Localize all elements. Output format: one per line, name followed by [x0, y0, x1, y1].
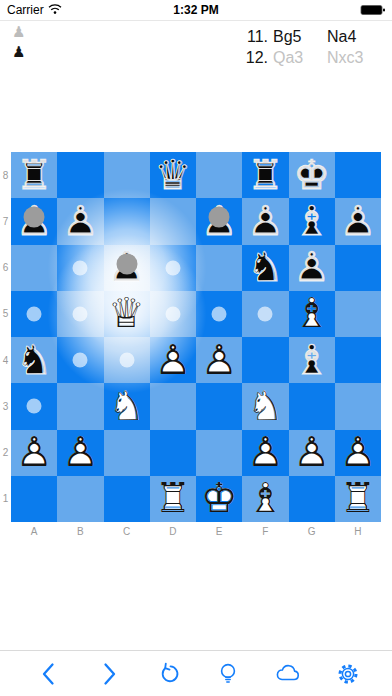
black-move[interactable]: Na4	[327, 28, 378, 46]
capture-dot-e7[interactable]	[209, 207, 230, 228]
square-e3[interactable]	[196, 383, 242, 429]
status-bar: Carrier 1:32 PM	[0, 0, 392, 21]
rank-label-1: 1	[0, 476, 11, 522]
black-p-outline: ♙	[242, 198, 288, 244]
gear-icon	[335, 661, 361, 687]
black-r-outline: ♖	[242, 152, 288, 198]
move-dot-b5[interactable]	[73, 306, 88, 321]
square-b8[interactable]	[57, 152, 103, 198]
piece-wp-g2[interactable]: ♟♙	[289, 430, 335, 476]
piece-wp-e4[interactable]: ♟♙	[196, 337, 242, 383]
white-p-outline: ♙	[11, 430, 57, 476]
white-p-outline: ♙	[196, 337, 242, 383]
piece-wp-b2[interactable]: ♟♙	[57, 430, 103, 476]
move-dot-f5[interactable]	[258, 306, 273, 321]
file-label-g: G	[289, 522, 335, 541]
piece-wq-c5[interactable]: ♛♕	[104, 291, 150, 337]
file-label-f: F	[242, 522, 288, 541]
square-d2[interactable]	[150, 430, 196, 476]
piece-wr-h1[interactable]: ♜♖	[335, 476, 381, 522]
move-dot-d6[interactable]	[165, 260, 180, 275]
captured-pieces: ♟♟	[12, 24, 25, 61]
white-p-outline: ♙	[289, 430, 335, 476]
move-dot-a3[interactable]	[27, 399, 42, 414]
chevron-right-icon	[96, 661, 122, 687]
white-r-outline: ♖	[150, 476, 196, 522]
move-list: 11.Bg5Na412.Qa3Nxc3	[228, 26, 378, 68]
chess-app-screen: Carrier 1:32 PM ♟♟ 11.Bg5Na412.Qa3Nxc3 8…	[0, 0, 392, 696]
white-q-outline: ♕	[104, 291, 150, 337]
capture-dot-c6[interactable]	[116, 253, 137, 274]
white-p-outline: ♙	[150, 337, 196, 383]
file-label-h: H	[335, 522, 381, 541]
piece-br-a8[interactable]: ♜♖	[11, 152, 57, 198]
rank-label-6: 6	[0, 245, 11, 291]
chevron-left-icon	[36, 661, 62, 687]
piece-bp-h7[interactable]: ♟♙	[335, 198, 381, 244]
lightbulb-icon	[215, 661, 241, 687]
move-row-11: 11.Bg5Na4	[228, 26, 378, 47]
piece-wp-h2[interactable]: ♟♙	[335, 430, 381, 476]
piece-wk-e1[interactable]: ♚♔	[196, 476, 242, 522]
capture-dot-a7[interactable]	[24, 207, 45, 228]
square-a1[interactable]	[11, 476, 57, 522]
black-p-outline: ♙	[335, 198, 381, 244]
piece-bb-g7[interactable]: ♝♗	[289, 198, 335, 244]
piece-bp-f7[interactable]: ♟♙	[242, 198, 288, 244]
piece-wr-d1[interactable]: ♜♖	[150, 476, 196, 522]
white-p-outline: ♙	[335, 430, 381, 476]
undo-button[interactable]	[147, 654, 191, 694]
black-p-outline: ♙	[289, 245, 335, 291]
white-k-outline: ♔	[196, 476, 242, 522]
move-dot-c4[interactable]	[119, 353, 134, 368]
square-d7[interactable]	[150, 198, 196, 244]
file-label-e: E	[196, 522, 242, 541]
file-label-a: A	[11, 522, 57, 541]
black-k-outline: ♔	[289, 152, 335, 198]
black-b-outline: ♗	[289, 198, 335, 244]
black-r-outline: ♖	[11, 152, 57, 198]
black-p-outline: ♙	[57, 198, 103, 244]
move-number: 11.	[228, 28, 268, 46]
piece-wn-f3[interactable]: ♞♘	[242, 383, 288, 429]
rank-label-5: 5	[0, 291, 11, 337]
piece-wb-g5[interactable]: ♝♗	[289, 291, 335, 337]
black-q-outline: ♕	[150, 152, 196, 198]
rank-label-7: 7	[0, 198, 11, 244]
square-c2[interactable]	[104, 430, 150, 476]
undo-icon	[156, 661, 182, 687]
move-dot-d5[interactable]	[165, 306, 180, 321]
square-d3[interactable]	[150, 383, 196, 429]
black-move[interactable]: Nxc3	[327, 49, 378, 67]
piece-bq-d8[interactable]: ♛♕	[150, 152, 196, 198]
piece-br-f8[interactable]: ♜♖	[242, 152, 288, 198]
piece-bb-g4[interactable]: ♝♗	[289, 337, 335, 383]
captured-pawn-icon-1: ♟	[12, 44, 25, 61]
piece-wp-a2[interactable]: ♟♙	[11, 430, 57, 476]
chess-board[interactable]: ♜♖♛♕♜♖♚♔♟♙♟♙♟♙♟♙♝♗♟♙♟♙♞♘♟♙♛♕♝♗♞♘♟♙♟♙♝♗♞♘…	[11, 152, 381, 522]
move-dot-b6[interactable]	[73, 260, 88, 275]
white-n-outline: ♘	[242, 383, 288, 429]
square-c1[interactable]	[104, 476, 150, 522]
black-n-outline: ♘	[242, 245, 288, 291]
rank-label-4: 4	[0, 337, 11, 383]
captured-pawn-icon-0: ♟	[12, 24, 25, 41]
white-move[interactable]: Bg5	[268, 28, 327, 46]
battery-icon	[360, 0, 386, 20]
square-h4[interactable]	[335, 337, 381, 383]
piece-wp-f2[interactable]: ♟♙	[242, 430, 288, 476]
square-e6[interactable]	[196, 245, 242, 291]
hint-button[interactable]	[206, 654, 250, 694]
square-h8[interactable]	[335, 152, 381, 198]
piece-wp-d4[interactable]: ♟♙	[150, 337, 196, 383]
piece-bp-g6[interactable]: ♟♙	[289, 245, 335, 291]
piece-bp-b7[interactable]: ♟♙	[57, 198, 103, 244]
piece-wb-f1[interactable]: ♝♗	[242, 476, 288, 522]
square-e8[interactable]	[196, 152, 242, 198]
file-label-c: C	[104, 522, 150, 541]
square-b1[interactable]	[57, 476, 103, 522]
square-h6[interactable]	[335, 245, 381, 291]
file-label-b: B	[57, 522, 103, 541]
square-g1[interactable]	[289, 476, 335, 522]
back-button[interactable]	[27, 654, 71, 694]
square-c8[interactable]	[104, 152, 150, 198]
move-dot-a5[interactable]	[27, 306, 42, 321]
move-dot-b4[interactable]	[73, 353, 88, 368]
piece-bn-a4[interactable]: ♞♘	[11, 337, 57, 383]
rank-label-2: 2	[0, 430, 11, 476]
white-b-outline: ♗	[242, 476, 288, 522]
cloud-icon	[274, 661, 302, 687]
white-p-outline: ♙	[57, 430, 103, 476]
black-n-outline: ♘	[11, 337, 57, 383]
move-dot-e5[interactable]	[212, 306, 227, 321]
forward-button[interactable]	[87, 654, 131, 694]
clock: 1:32 PM	[0, 0, 392, 20]
white-r-outline: ♖	[335, 476, 381, 522]
rank-label-8: 8	[0, 152, 11, 198]
piece-wn-c3[interactable]: ♞♘	[104, 383, 150, 429]
rank-labels: 87654321	[0, 152, 11, 522]
square-h3[interactable]	[335, 383, 381, 429]
bottom-toolbar	[0, 650, 392, 696]
square-f4[interactable]	[242, 337, 288, 383]
white-p-outline: ♙	[242, 430, 288, 476]
piece-bk-g8[interactable]: ♚♔	[289, 152, 335, 198]
move-row-12: 12.Qa3Nxc3	[228, 47, 378, 68]
white-b-outline: ♗	[289, 291, 335, 337]
black-b-outline: ♗	[289, 337, 335, 383]
square-g3[interactable]	[289, 383, 335, 429]
white-n-outline: ♘	[104, 383, 150, 429]
file-label-d: D	[150, 522, 196, 541]
cloud-button[interactable]	[266, 654, 310, 694]
white-move[interactable]: Qa3	[268, 49, 327, 67]
square-c7[interactable]	[104, 198, 150, 244]
square-h5[interactable]	[335, 291, 381, 337]
square-e2[interactable]	[196, 430, 242, 476]
square-a6[interactable]	[11, 245, 57, 291]
file-labels: ABCDEFGH	[11, 522, 381, 541]
piece-bn-f6[interactable]: ♞♘	[242, 245, 288, 291]
rank-label-3: 3	[0, 383, 11, 429]
move-number: 12.	[228, 49, 268, 67]
settings-button[interactable]	[326, 654, 370, 694]
square-b3[interactable]	[57, 383, 103, 429]
